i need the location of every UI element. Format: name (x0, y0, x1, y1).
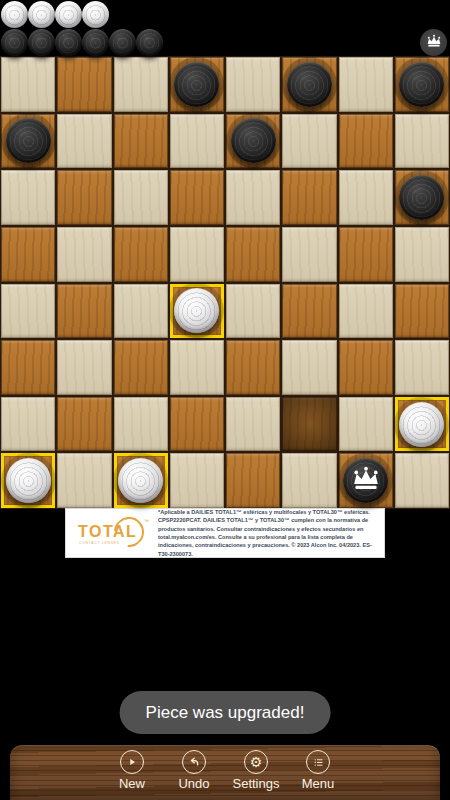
captured-white-checker (28, 1, 55, 28)
board-cell-r0c1[interactable] (57, 57, 111, 112)
board-cell-r6c1[interactable] (57, 397, 111, 452)
board-cell-r3c2[interactable] (114, 227, 168, 282)
white-checker[interactable] (118, 458, 163, 503)
board-cell-r2c2[interactable] (114, 170, 168, 225)
board-cell-r1c1[interactable] (57, 114, 111, 169)
board-cell-r3c6[interactable] (339, 227, 393, 282)
board-cell-r5c4[interactable] (226, 340, 280, 395)
captured-white-checker (55, 1, 82, 28)
board-cell-r2c6[interactable] (339, 170, 393, 225)
toast-message: Piece was upgraded! (120, 691, 331, 734)
board-cell-r5c3[interactable] (170, 340, 224, 395)
board-cell-r7c7[interactable] (395, 453, 449, 508)
board-cell-r0c4[interactable] (226, 57, 280, 112)
black-checker[interactable] (231, 118, 276, 163)
board-cell-r2c0[interactable] (1, 170, 55, 225)
board-cell-r1c5[interactable] (282, 114, 336, 169)
board-cell-r3c4[interactable] (226, 227, 280, 282)
board-cell-r3c0[interactable] (1, 227, 55, 282)
board-cell-r5c7[interactable] (395, 340, 449, 395)
board-cell-r6c6[interactable] (339, 397, 393, 452)
black-checker[interactable] (399, 175, 444, 220)
board-cell-r7c1[interactable] (57, 453, 111, 508)
black-checker[interactable] (287, 62, 332, 107)
crown-icon (426, 34, 442, 52)
black-checker[interactable] (174, 62, 219, 107)
board-cell-r0c5[interactable] (282, 57, 336, 112)
board-cell-r4c5[interactable] (282, 284, 336, 339)
white-checker[interactable] (6, 458, 51, 503)
board-cell-r1c6[interactable] (339, 114, 393, 169)
board-cell-r1c7[interactable] (395, 114, 449, 169)
board-cell-r7c6[interactable] (339, 453, 393, 508)
captured-black-checker (1, 29, 28, 56)
board-cell-r5c1[interactable] (57, 340, 111, 395)
board-cell-r2c5[interactable] (282, 170, 336, 225)
board-cell-r4c0[interactable] (1, 284, 55, 339)
captured-white-checker (1, 1, 28, 28)
board-cell-r2c4[interactable] (226, 170, 280, 225)
board-cell-r6c0[interactable] (1, 397, 55, 452)
ad-banner[interactable]: TOTAL ™ CONTACT LENSES *Aplicable a DAIL… (65, 508, 385, 558)
board-cell-r0c7[interactable] (395, 57, 449, 112)
board-cell-r4c7[interactable] (395, 284, 449, 339)
board-cell-r7c2[interactable] (114, 453, 168, 508)
board-cell-r5c2[interactable] (114, 340, 168, 395)
captured-black-checker (28, 29, 55, 56)
board-cell-r0c2[interactable] (114, 57, 168, 112)
board-cell-r5c5[interactable] (282, 340, 336, 395)
board-cell-r3c5[interactable] (282, 227, 336, 282)
board-cell-r7c4[interactable] (226, 453, 280, 508)
board-cell-r1c4[interactable] (226, 114, 280, 169)
board-cell-r0c0[interactable] (1, 57, 55, 112)
undo-icon (182, 750, 206, 774)
board-cell-r7c3[interactable] (170, 453, 224, 508)
board-cell-r6c3[interactable] (170, 397, 224, 452)
board (0, 56, 450, 509)
ad-logo-subtitle: CONTACT LENSES (79, 541, 120, 545)
board-cell-r5c0[interactable] (1, 340, 55, 395)
settings-button[interactable]: ⚙ Settings (225, 745, 287, 791)
ad-logo: TOTAL ™ CONTACT LENSES (66, 509, 158, 557)
board-cell-r1c0[interactable] (1, 114, 55, 169)
board-cell-r6c7[interactable] (395, 397, 449, 452)
board-cell-r3c7[interactable] (395, 227, 449, 282)
board-cell-r7c5[interactable] (282, 453, 336, 508)
board-cell-r6c4[interactable] (226, 397, 280, 452)
board-cell-r2c1[interactable] (57, 170, 111, 225)
black-checker[interactable] (6, 118, 51, 163)
undo-button[interactable]: Undo (163, 745, 225, 791)
board-cell-r7c0[interactable] (1, 453, 55, 508)
captured-tray-white (1, 1, 109, 28)
board-cell-r3c1[interactable] (57, 227, 111, 282)
settings-label: Settings (233, 776, 280, 791)
ad-disclaimer-text: *Aplicable a DAILIES TOTAL1™ esféricas y… (158, 505, 384, 561)
board-cell-r6c2[interactable] (114, 397, 168, 452)
black-checker[interactable] (399, 62, 444, 107)
black-king-checker[interactable] (343, 458, 388, 503)
play-icon (120, 750, 144, 774)
board-cell-r0c6[interactable] (339, 57, 393, 112)
new-game-label: New (119, 776, 145, 791)
board-cell-r4c4[interactable] (226, 284, 280, 339)
captured-black-checker (109, 29, 136, 56)
board-cell-r1c2[interactable] (114, 114, 168, 169)
gear-icon: ⚙ (244, 750, 268, 774)
board-cell-r4c2[interactable] (114, 284, 168, 339)
board-cell-r0c3[interactable] (170, 57, 224, 112)
menu-label: Menu (302, 776, 335, 791)
white-checker[interactable] (174, 288, 219, 333)
menu-icon (306, 750, 330, 774)
menu-button[interactable]: Menu (287, 745, 349, 791)
captured-black-checker (55, 29, 82, 56)
board-cell-r3c3[interactable] (170, 227, 224, 282)
captured-white-checker (82, 1, 109, 28)
board-cell-r5c6[interactable] (339, 340, 393, 395)
captured-black-checker (136, 29, 163, 56)
white-checker[interactable] (399, 402, 444, 447)
captured-black-checker (82, 29, 109, 56)
bottom-toolbar: New Undo ⚙ Settings Menu (10, 745, 440, 800)
new-game-button[interactable]: New (101, 745, 163, 791)
board-cell-r4c6[interactable] (339, 284, 393, 339)
board-cell-r6c5[interactable] (282, 397, 336, 452)
board-cell-r4c1[interactable] (57, 284, 111, 339)
board-cell-r4c3[interactable] (170, 284, 224, 339)
board-cell-r2c7[interactable] (395, 170, 449, 225)
ad-logo-trademark: ™ (144, 518, 149, 524)
undo-label: Undo (178, 776, 209, 791)
board-cell-r1c3[interactable] (170, 114, 224, 169)
captured-tray-black (1, 29, 163, 56)
board-cell-r2c3[interactable] (170, 170, 224, 225)
crown-indicator (420, 29, 447, 56)
crown-icon (351, 465, 381, 495)
